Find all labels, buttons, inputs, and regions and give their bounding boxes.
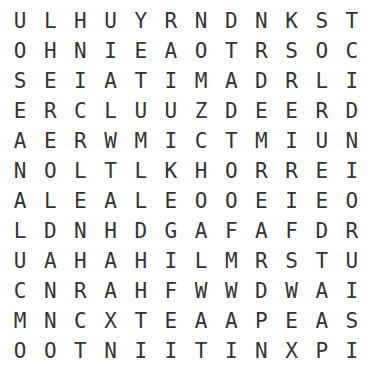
cell-r11c6[interactable]: E <box>156 306 186 336</box>
cell-r12c12[interactable]: I <box>337 336 367 366</box>
cell-r10c4[interactable]: A <box>95 276 125 306</box>
cell-r5c11[interactable]: U <box>307 127 337 157</box>
cell-r8c6[interactable]: G <box>156 216 186 246</box>
cell-r6c11[interactable]: E <box>307 157 337 187</box>
cell-r3c2[interactable]: E <box>35 67 65 97</box>
cell-r5c7[interactable]: C <box>186 127 216 157</box>
cell-r7c10[interactable]: I <box>276 186 306 216</box>
cell-r12c5[interactable]: I <box>126 336 156 366</box>
cell-r4c10[interactable]: E <box>276 97 306 127</box>
cell-r12c3[interactable]: T <box>65 336 95 366</box>
cell-r12c11[interactable]: P <box>307 336 337 366</box>
cell-r8c1[interactable]: L <box>5 216 35 246</box>
cell-r10c10[interactable]: W <box>276 276 306 306</box>
cell-r11c11[interactable]: A <box>307 306 337 336</box>
cell-r7c6[interactable]: E <box>156 186 186 216</box>
cell-r7c5[interactable]: L <box>126 186 156 216</box>
cell-r11c5[interactable]: T <box>126 306 156 336</box>
cell-r4c3[interactable]: C <box>65 97 95 127</box>
cell-r9c10[interactable]: S <box>276 246 306 276</box>
cell-r12c2[interactable]: O <box>35 336 65 366</box>
cell-r1c11[interactable]: S <box>307 7 337 37</box>
cell-r8c11[interactable]: D <box>307 216 337 246</box>
cell-r11c10[interactable]: E <box>276 306 306 336</box>
cell-r8c7[interactable]: A <box>186 216 216 246</box>
cell-r4c1[interactable]: E <box>5 97 35 127</box>
cell-r9c11[interactable]: T <box>307 246 337 276</box>
cell-r8c12[interactable]: R <box>337 216 367 246</box>
cell-r9c7[interactable]: L <box>186 246 216 276</box>
cell-r7c11[interactable]: E <box>307 186 337 216</box>
cell-r7c7[interactable]: O <box>186 186 216 216</box>
cell-r6c3[interactable]: L <box>65 157 95 187</box>
cell-r9c5[interactable]: H <box>126 246 156 276</box>
cell-r2c4[interactable]: I <box>95 37 125 67</box>
cell-r1c2[interactable]: L <box>35 7 65 37</box>
cell-r2c6[interactable]: A <box>156 37 186 67</box>
cell-r11c9[interactable]: P <box>246 306 276 336</box>
cell-r5c8[interactable]: T <box>216 127 246 157</box>
cell-r4c12[interactable]: D <box>337 97 367 127</box>
cell-r3c1[interactable]: S <box>5 67 35 97</box>
cell-r7c1[interactable]: A <box>5 186 35 216</box>
cell-r4c6[interactable]: U <box>156 97 186 127</box>
cell-r11c2[interactable]: N <box>35 306 65 336</box>
cell-r9c3[interactable]: H <box>65 246 95 276</box>
cell-r2c11[interactable]: O <box>307 37 337 67</box>
cell-r5c10[interactable]: I <box>276 127 306 157</box>
cell-r2c8[interactable]: T <box>216 37 246 67</box>
cell-r4c11[interactable]: R <box>307 97 337 127</box>
cell-r6c1[interactable]: N <box>5 157 35 187</box>
cell-r10c9[interactable]: D <box>246 276 276 306</box>
cell-r7c9[interactable]: E <box>246 186 276 216</box>
cell-r6c10[interactable]: R <box>276 157 306 187</box>
cell-r3c3[interactable]: I <box>65 67 95 97</box>
cell-r2c10[interactable]: S <box>276 37 306 67</box>
cell-r2c9[interactable]: R <box>246 37 276 67</box>
cell-r12c7[interactable]: T <box>186 336 216 366</box>
cell-r12c9[interactable]: N <box>246 336 276 366</box>
cell-r5c12[interactable]: N <box>337 127 367 157</box>
cell-r3c5[interactable]: T <box>126 67 156 97</box>
cell-r11c4[interactable]: X <box>95 306 125 336</box>
cell-r7c3[interactable]: E <box>65 186 95 216</box>
cell-r11c8[interactable]: A <box>216 306 246 336</box>
cell-r3c8[interactable]: A <box>216 67 246 97</box>
cell-r3c10[interactable]: R <box>276 67 306 97</box>
cell-r5c4[interactable]: W <box>95 127 125 157</box>
cell-r1c10[interactable]: K <box>276 7 306 37</box>
cell-r10c3[interactable]: R <box>65 276 95 306</box>
cell-r5c9[interactable]: M <box>246 127 276 157</box>
cell-r4c8[interactable]: D <box>216 97 246 127</box>
cell-r10c1[interactable]: C <box>5 276 35 306</box>
cell-r3c7[interactable]: M <box>186 67 216 97</box>
cell-r1c3[interactable]: H <box>65 7 95 37</box>
cell-r8c5[interactable]: D <box>126 216 156 246</box>
cell-r7c8[interactable]: O <box>216 186 246 216</box>
cell-r6c5[interactable]: L <box>126 157 156 187</box>
cell-r2c2[interactable]: H <box>35 37 65 67</box>
cell-r1c1[interactable]: U <box>5 7 35 37</box>
cell-r3c9[interactable]: D <box>246 67 276 97</box>
cell-r2c12[interactable]: C <box>337 37 367 67</box>
cell-r1c12[interactable]: T <box>337 7 367 37</box>
cell-r3c12[interactable]: I <box>337 67 367 97</box>
cell-r1c5[interactable]: Y <box>126 7 156 37</box>
cell-r9c8[interactable]: M <box>216 246 246 276</box>
cell-r10c12[interactable]: I <box>337 276 367 306</box>
cell-r4c5[interactable]: U <box>126 97 156 127</box>
cell-r6c7[interactable]: H <box>186 157 216 187</box>
cell-r8c10[interactable]: F <box>276 216 306 246</box>
cell-r9c9[interactable]: R <box>246 246 276 276</box>
cell-r10c5[interactable]: H <box>126 276 156 306</box>
cell-r12c4[interactable]: N <box>95 336 125 366</box>
cell-r7c12[interactable]: O <box>337 186 367 216</box>
cell-r10c2[interactable]: N <box>35 276 65 306</box>
cell-r2c5[interactable]: E <box>126 37 156 67</box>
cell-r10c6[interactable]: F <box>156 276 186 306</box>
cell-r2c3[interactable]: N <box>65 37 95 67</box>
cell-r5c6[interactable]: I <box>156 127 186 157</box>
cell-r6c9[interactable]: R <box>246 157 276 187</box>
cell-r3c4[interactable]: A <box>95 67 125 97</box>
cell-r5c5[interactable]: M <box>126 127 156 157</box>
cell-r2c1[interactable]: O <box>5 37 35 67</box>
cell-r8c9[interactable]: A <box>246 216 276 246</box>
cell-r6c2[interactable]: O <box>35 157 65 187</box>
cell-r5c2[interactable]: E <box>35 127 65 157</box>
cell-r9c12[interactable]: U <box>337 246 367 276</box>
cell-r2c7[interactable]: O <box>186 37 216 67</box>
cell-r12c6[interactable]: I <box>156 336 186 366</box>
cell-r4c7[interactable]: Z <box>186 97 216 127</box>
cell-r3c6[interactable]: I <box>156 67 186 97</box>
cell-r9c6[interactable]: I <box>156 246 186 276</box>
cell-r7c4[interactable]: A <box>95 186 125 216</box>
cell-r11c3[interactable]: C <box>65 306 95 336</box>
cell-r1c6[interactable]: R <box>156 7 186 37</box>
cell-r1c9[interactable]: N <box>246 7 276 37</box>
cell-r12c8[interactable]: I <box>216 336 246 366</box>
cell-r4c4[interactable]: L <box>95 97 125 127</box>
cell-r4c9[interactable]: E <box>246 97 276 127</box>
cell-r6c6[interactable]: K <box>156 157 186 187</box>
cell-r9c1[interactable]: U <box>5 246 35 276</box>
cell-r11c1[interactable]: M <box>5 306 35 336</box>
cell-r11c7[interactable]: A <box>186 306 216 336</box>
word-search-board: ULHUYRNDNKSTOHNIEAOTRSOCSEIATIMADRLIERCL… <box>5 7 367 366</box>
cell-r3c11[interactable]: L <box>307 67 337 97</box>
cell-r6c12[interactable]: I <box>337 157 367 187</box>
cell-r10c7[interactable]: W <box>186 276 216 306</box>
cell-r8c2[interactable]: D <box>35 216 65 246</box>
cell-r9c2[interactable]: A <box>35 246 65 276</box>
cell-r1c4[interactable]: U <box>95 7 125 37</box>
cell-r5c1[interactable]: A <box>5 127 35 157</box>
cell-r1c8[interactable]: D <box>216 7 246 37</box>
cell-r8c8[interactable]: F <box>216 216 246 246</box>
cell-r7c2[interactable]: L <box>35 186 65 216</box>
cell-r8c4[interactable]: H <box>95 216 125 246</box>
cell-r12c1[interactable]: O <box>5 336 35 366</box>
cell-r9c4[interactable]: A <box>95 246 125 276</box>
cell-r6c4[interactable]: T <box>95 157 125 187</box>
cell-r10c11[interactable]: A <box>307 276 337 306</box>
cell-r6c8[interactable]: O <box>216 157 246 187</box>
cell-r10c8[interactable]: W <box>216 276 246 306</box>
cell-r11c12[interactable]: S <box>337 306 367 336</box>
cell-r8c3[interactable]: N <box>65 216 95 246</box>
cell-r4c2[interactable]: R <box>35 97 65 127</box>
cell-r5c3[interactable]: R <box>65 127 95 157</box>
cell-r1c7[interactable]: N <box>186 7 216 37</box>
cell-r12c10[interactable]: X <box>276 336 306 366</box>
